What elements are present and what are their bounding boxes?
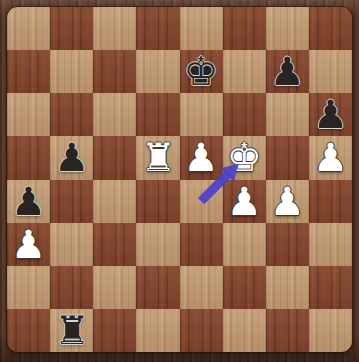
square-g8[interactable] <box>266 7 309 50</box>
square-h3[interactable] <box>309 223 352 266</box>
square-b3[interactable] <box>50 223 93 266</box>
square-b2[interactable] <box>50 266 93 309</box>
square-b1[interactable]: ♜ <box>50 309 93 352</box>
white-rook[interactable]: ♜ <box>140 136 175 179</box>
black-pawn[interactable]: ♟ <box>54 136 89 179</box>
square-f8[interactable] <box>223 7 266 50</box>
square-f2[interactable] <box>223 266 266 309</box>
black-pawn[interactable]: ♟ <box>313 93 348 136</box>
square-a2[interactable] <box>7 266 50 309</box>
square-d2[interactable] <box>136 266 179 309</box>
square-d1[interactable] <box>136 309 179 352</box>
black-king[interactable]: ♚ <box>184 50 219 93</box>
black-pawn[interactable]: ♟ <box>11 180 46 223</box>
square-f7[interactable] <box>223 50 266 93</box>
square-h4[interactable] <box>309 180 352 223</box>
square-a5[interactable] <box>7 136 50 179</box>
square-c4[interactable] <box>93 180 136 223</box>
chess-board: ♚♟♟♟♜♟♚♟♟♟♟♟♜ <box>7 7 352 352</box>
white-pawn[interactable]: ♟ <box>184 136 219 179</box>
square-a4[interactable]: ♟ <box>7 180 50 223</box>
square-e3[interactable] <box>180 223 223 266</box>
square-e8[interactable] <box>180 7 223 50</box>
square-b4[interactable] <box>50 180 93 223</box>
square-a6[interactable] <box>7 93 50 136</box>
square-f1[interactable] <box>223 309 266 352</box>
square-b8[interactable] <box>50 7 93 50</box>
square-f6[interactable] <box>223 93 266 136</box>
white-pawn[interactable]: ♟ <box>11 223 46 266</box>
black-pawn[interactable]: ♟ <box>270 50 305 93</box>
white-king[interactable]: ♚ <box>227 136 262 179</box>
square-a3[interactable]: ♟ <box>7 223 50 266</box>
square-e5[interactable]: ♟ <box>180 136 223 179</box>
square-g6[interactable] <box>266 93 309 136</box>
square-h2[interactable] <box>309 266 352 309</box>
square-c1[interactable] <box>93 309 136 352</box>
square-c6[interactable] <box>93 93 136 136</box>
square-g7[interactable]: ♟ <box>266 50 309 93</box>
square-d7[interactable] <box>136 50 179 93</box>
square-g3[interactable] <box>266 223 309 266</box>
square-d8[interactable] <box>136 7 179 50</box>
square-e1[interactable] <box>180 309 223 352</box>
square-e6[interactable] <box>180 93 223 136</box>
square-h8[interactable] <box>309 7 352 50</box>
square-h1[interactable] <box>309 309 352 352</box>
square-f3[interactable] <box>223 223 266 266</box>
square-d4[interactable] <box>136 180 179 223</box>
square-g5[interactable] <box>266 136 309 179</box>
square-g1[interactable] <box>266 309 309 352</box>
square-b5[interactable]: ♟ <box>50 136 93 179</box>
square-e7[interactable]: ♚ <box>180 50 223 93</box>
square-g2[interactable] <box>266 266 309 309</box>
square-a8[interactable] <box>7 7 50 50</box>
square-g4[interactable]: ♟ <box>266 180 309 223</box>
square-c2[interactable] <box>93 266 136 309</box>
square-a7[interactable] <box>7 50 50 93</box>
square-h7[interactable] <box>309 50 352 93</box>
square-f5[interactable]: ♚ <box>223 136 266 179</box>
square-e4[interactable] <box>180 180 223 223</box>
square-d5[interactable]: ♜ <box>136 136 179 179</box>
square-b6[interactable] <box>50 93 93 136</box>
square-c5[interactable] <box>93 136 136 179</box>
square-e2[interactable] <box>180 266 223 309</box>
square-d3[interactable] <box>136 223 179 266</box>
white-pawn[interactable]: ♟ <box>227 180 262 223</box>
black-rook[interactable]: ♜ <box>54 309 89 352</box>
square-f4[interactable]: ♟ <box>223 180 266 223</box>
board-frame: ♚♟♟♟♜♟♚♟♟♟♟♟♜ <box>7 7 352 352</box>
square-a1[interactable] <box>7 309 50 352</box>
square-c3[interactable] <box>93 223 136 266</box>
square-b7[interactable] <box>50 50 93 93</box>
square-c8[interactable] <box>93 7 136 50</box>
white-pawn[interactable]: ♟ <box>270 180 305 223</box>
white-pawn[interactable]: ♟ <box>313 136 348 179</box>
square-d6[interactable] <box>136 93 179 136</box>
square-h6[interactable]: ♟ <box>309 93 352 136</box>
square-h5[interactable]: ♟ <box>309 136 352 179</box>
square-c7[interactable] <box>93 50 136 93</box>
